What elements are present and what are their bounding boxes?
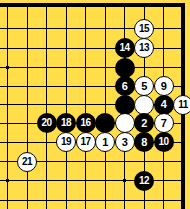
- move-number: 1: [102, 137, 108, 148]
- white-stone-O12: 17: [76, 132, 96, 152]
- move-number: 9: [161, 81, 167, 92]
- white-stone-S13: 7: [154, 113, 174, 133]
- black-stone-R10: 12: [134, 171, 154, 191]
- move-number: 12: [139, 176, 149, 186]
- move-number: 16: [80, 118, 90, 128]
- black-stone-Q17: 14: [115, 38, 135, 58]
- move-number: 3: [122, 137, 128, 148]
- black-stone-N13: 18: [56, 113, 76, 133]
- grid-hline: [0, 180, 185, 181]
- black-stone-S14: 4: [154, 95, 174, 115]
- grid-vline: [66, 3, 67, 209]
- white-stone-T14: 11: [173, 95, 190, 115]
- move-number: 15: [139, 24, 149, 34]
- board-top-edge: [0, 3, 185, 7]
- black-stone-O13: 16: [76, 113, 96, 133]
- white-stone-L11: 21: [17, 152, 37, 172]
- move-number: 7: [161, 118, 167, 129]
- move-number: 18: [61, 118, 71, 128]
- go-board-diagram[interactable]: 123456789101112131415161718192021: [0, 0, 190, 209]
- black-stone-R12: 8: [134, 132, 154, 152]
- white-stone-R18: 15: [134, 19, 154, 39]
- move-number: 14: [119, 43, 129, 53]
- white-stone-R17: 13: [134, 38, 154, 58]
- white-stone-N12: 19: [56, 132, 76, 152]
- move-number: 8: [141, 137, 147, 148]
- grid-hline: [0, 67, 185, 68]
- move-number: 6: [122, 81, 128, 92]
- move-number: 13: [139, 43, 149, 53]
- star-point: [6, 179, 9, 182]
- move-number: 4: [161, 99, 167, 110]
- grid-hline: [0, 48, 185, 49]
- move-number: 10: [158, 137, 168, 147]
- black-stone-P13: [95, 113, 115, 133]
- white-stone-Q13: [115, 113, 135, 133]
- move-number: 5: [141, 81, 147, 92]
- grid-hline: [0, 200, 185, 201]
- move-number: 2: [141, 118, 147, 129]
- grid-vline: [85, 3, 86, 209]
- black-stone-Q16: [115, 58, 135, 78]
- white-stone-R14: [134, 95, 154, 115]
- move-number: 20: [41, 118, 51, 128]
- move-number: 21: [22, 157, 32, 167]
- move-number: 19: [61, 137, 71, 147]
- black-stone-Q14: [115, 95, 135, 115]
- white-stone-R15: 5: [134, 76, 154, 96]
- grid-vline: [105, 3, 106, 209]
- star-point: [6, 66, 9, 69]
- grid-hline: [0, 28, 185, 29]
- grid-vline: [46, 3, 47, 209]
- black-stone-Q15: 6: [115, 76, 135, 96]
- black-stone-M13: 20: [37, 113, 57, 133]
- move-number: 17: [80, 137, 90, 147]
- grid-vline: [27, 3, 28, 209]
- black-stone-R13: 2: [134, 113, 154, 133]
- star-point: [123, 179, 126, 182]
- white-stone-P12: 1: [95, 132, 115, 152]
- white-stone-Q12: 3: [115, 132, 135, 152]
- black-stone-S12: 10: [154, 132, 174, 152]
- move-number: 11: [178, 100, 188, 110]
- white-stone-S15: 9: [154, 76, 174, 96]
